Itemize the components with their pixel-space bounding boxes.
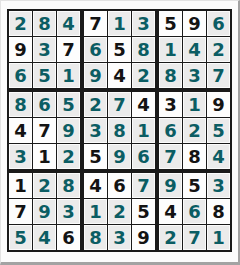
cell-r8c5[interactable]: 2 xyxy=(108,199,131,224)
cell-r3c1[interactable]: 6 xyxy=(9,63,32,88)
digit-given: 1 xyxy=(62,67,75,85)
digit-given: 4 xyxy=(212,148,225,166)
cell-r4c3[interactable]: 5 xyxy=(57,92,80,117)
digit-given: 7 xyxy=(212,67,225,85)
digit-given: 7 xyxy=(113,96,126,114)
digit-given: 1 xyxy=(164,41,177,59)
digit-given: 8 xyxy=(62,177,75,195)
cell-r5c8[interactable]: 2 xyxy=(183,118,206,143)
digit-entered: 5 xyxy=(113,41,126,59)
digit-entered: 4 xyxy=(14,122,27,140)
digit-given: 6 xyxy=(164,122,177,140)
cell-r1c6[interactable]: 3 xyxy=(132,11,155,36)
digit-given: 2 xyxy=(89,96,102,114)
cell-r2c6[interactable]: 8 xyxy=(132,37,155,62)
digit-given: 8 xyxy=(113,122,126,140)
cell-r9c1[interactable]: 5 xyxy=(9,225,32,250)
digit-given: 3 xyxy=(38,41,51,59)
digit-entered: 5 xyxy=(137,203,150,221)
digit-entered: 4 xyxy=(113,67,126,85)
cell-r2c3[interactable]: 7 xyxy=(57,37,80,62)
cell-r8c1[interactable]: 7 xyxy=(9,199,32,224)
digit-given: 4 xyxy=(38,229,51,247)
digit-given: 1 xyxy=(212,229,225,247)
digit-entered: 7 xyxy=(14,203,27,221)
digit-given: 6 xyxy=(212,15,225,33)
digit-given: 8 xyxy=(164,67,177,85)
digit-given: 9 xyxy=(62,122,75,140)
digit-given: 2 xyxy=(62,148,75,166)
digit-given: 1 xyxy=(188,96,201,114)
cell-r4c6[interactable]: 4 xyxy=(132,92,155,117)
cell-r7c1[interactable]: 1 xyxy=(9,173,32,198)
cell-r2c2[interactable]: 3 xyxy=(33,37,56,62)
cell-r4c9[interactable]: 9 xyxy=(207,92,230,117)
digit-entered: 9 xyxy=(14,41,27,59)
digit-entered: 9 xyxy=(188,15,201,33)
digit-entered: 5 xyxy=(164,15,177,33)
cell-r3c7[interactable]: 8 xyxy=(159,63,182,88)
digit-given: 5 xyxy=(38,67,51,85)
digit-entered: 7 xyxy=(62,41,75,59)
cell-r4c1[interactable]: 8 xyxy=(9,92,32,117)
digit-given: 5 xyxy=(62,96,75,114)
cell-r1c7[interactable]: 5 xyxy=(159,11,182,36)
digit-given: 6 xyxy=(89,41,102,59)
sudoku-board: 2847135969376581426519428378652743194793… xyxy=(7,9,232,252)
digit-given: 6 xyxy=(14,67,27,85)
cell-r8c7[interactable]: 4 xyxy=(159,199,182,224)
digit-given: 8 xyxy=(14,96,27,114)
digit-given: 8 xyxy=(137,41,150,59)
digit-given: 1 xyxy=(113,15,126,33)
cell-r6c7[interactable]: 7 xyxy=(159,144,182,169)
cell-r1c4[interactable]: 7 xyxy=(84,11,107,36)
cell-r3c8[interactable]: 3 xyxy=(183,63,206,88)
digit-entered: 5 xyxy=(188,177,201,195)
cell-r4c2[interactable]: 6 xyxy=(33,92,56,117)
digit-given: 9 xyxy=(38,203,51,221)
cell-r7c4[interactable]: 4 xyxy=(84,173,107,198)
sudoku-app-canvas: 2847135969376581426519428378652743194793… xyxy=(0,0,240,265)
cell-r7c6[interactable]: 7 xyxy=(132,173,155,198)
digit-entered: 1 xyxy=(14,177,27,195)
cell-r2c9[interactable]: 2 xyxy=(207,37,230,62)
digit-given: 8 xyxy=(38,15,51,33)
cell-r3c6[interactable]: 2 xyxy=(132,63,155,88)
digit-given: 2 xyxy=(14,15,27,33)
cell-r1c1[interactable]: 2 xyxy=(9,11,32,36)
cell-r1c5[interactable]: 1 xyxy=(108,11,131,36)
digit-given: 9 xyxy=(89,67,102,85)
cell-r3c2[interactable]: 5 xyxy=(33,63,56,88)
cell-r7c9[interactable]: 3 xyxy=(207,173,230,198)
cell-r9c4[interactable]: 8 xyxy=(84,225,107,250)
cell-r8c6[interactable]: 5 xyxy=(132,199,155,224)
digit-entered: 7 xyxy=(38,122,51,140)
digit-given: 7 xyxy=(164,148,177,166)
cell-r2c5[interactable]: 5 xyxy=(108,37,131,62)
digit-entered: 4 xyxy=(164,203,177,221)
cell-r4c8[interactable]: 1 xyxy=(183,92,206,117)
cell-r5c6[interactable]: 1 xyxy=(132,118,155,143)
cell-r7c2[interactable]: 2 xyxy=(33,173,56,198)
cell-r8c4[interactable]: 1 xyxy=(84,199,107,224)
cell-r3c4[interactable]: 9 xyxy=(84,63,107,88)
digit-given: 9 xyxy=(113,148,126,166)
digit-given: 2 xyxy=(212,41,225,59)
cell-r7c3[interactable]: 8 xyxy=(57,173,80,198)
cell-r3c3[interactable]: 1 xyxy=(57,63,80,88)
digit-entered: 8 xyxy=(212,203,225,221)
digit-given: 1 xyxy=(89,203,102,221)
digit-given: 3 xyxy=(188,67,201,85)
digit-entered: 7 xyxy=(89,15,102,33)
digit-given: 2 xyxy=(137,67,150,85)
digit-given: 1 xyxy=(137,122,150,140)
cell-r9c7[interactable]: 2 xyxy=(159,225,182,250)
digit-given: 6 xyxy=(137,148,150,166)
digit-entered: 6 xyxy=(113,177,126,195)
cell-r2c8[interactable]: 4 xyxy=(183,37,206,62)
cell-r6c1[interactable]: 3 xyxy=(9,144,32,169)
digit-given: 3 xyxy=(62,203,75,221)
cell-r6c3[interactable]: 2 xyxy=(57,144,80,169)
cell-r9c9[interactable]: 1 xyxy=(207,225,230,250)
cell-r5c1[interactable]: 4 xyxy=(9,118,32,143)
cell-r1c3[interactable]: 4 xyxy=(57,11,80,36)
cell-r9c5[interactable]: 3 xyxy=(108,225,131,250)
cell-r2c4[interactable]: 6 xyxy=(84,37,107,62)
cell-r3c9[interactable]: 7 xyxy=(207,63,230,88)
cell-r6c2[interactable]: 1 xyxy=(33,144,56,169)
cell-r1c8[interactable]: 9 xyxy=(183,11,206,36)
digit-given: 6 xyxy=(188,203,201,221)
cell-r6c4[interactable]: 5 xyxy=(84,144,107,169)
cell-r9c2[interactable]: 4 xyxy=(33,225,56,250)
digit-given: 3 xyxy=(212,177,225,195)
digit-entered: 1 xyxy=(38,148,51,166)
digit-entered: 5 xyxy=(89,148,102,166)
cell-r5c3[interactable]: 9 xyxy=(57,118,80,143)
digit-given: 2 xyxy=(113,203,126,221)
cell-r7c8[interactable]: 5 xyxy=(183,173,206,198)
cell-r1c2[interactable]: 8 xyxy=(33,11,56,36)
cell-r5c4[interactable]: 3 xyxy=(84,118,107,143)
cell-r9c6[interactable]: 9 xyxy=(132,225,155,250)
digit-given: 7 xyxy=(188,229,201,247)
cell-r2c7[interactable]: 1 xyxy=(159,37,182,62)
digit-given: 2 xyxy=(38,177,51,195)
digit-entered: 4 xyxy=(89,177,102,195)
cell-r6c8[interactable]: 8 xyxy=(183,144,206,169)
digit-entered: 9 xyxy=(137,229,150,247)
cell-r4c5[interactable]: 7 xyxy=(108,92,131,117)
digit-given: 3 xyxy=(113,229,126,247)
cell-r4c4[interactable]: 2 xyxy=(84,92,107,117)
cell-r3c5[interactable]: 4 xyxy=(108,63,131,88)
cell-r9c8[interactable]: 7 xyxy=(183,225,206,250)
digit-given: 7 xyxy=(137,177,150,195)
cell-r9c3[interactable]: 6 xyxy=(57,225,80,250)
digit-entered: 9 xyxy=(212,96,225,114)
digit-given: 4 xyxy=(188,41,201,59)
digit-given: 2 xyxy=(188,122,201,140)
digit-given: 8 xyxy=(89,229,102,247)
digit-given: 4 xyxy=(62,15,75,33)
cell-r4c7[interactable]: 3 xyxy=(159,92,182,117)
digit-entered: 4 xyxy=(137,96,150,114)
digit-entered: 8 xyxy=(188,148,201,166)
cell-r8c3[interactable]: 3 xyxy=(57,199,80,224)
cell-r1c9[interactable]: 6 xyxy=(207,11,230,36)
digit-entered: 6 xyxy=(62,229,75,247)
cell-r5c5[interactable]: 8 xyxy=(108,118,131,143)
cell-r7c5[interactable]: 6 xyxy=(108,173,131,198)
digit-given: 3 xyxy=(89,122,102,140)
cell-r8c9[interactable]: 8 xyxy=(207,199,230,224)
cell-r6c5[interactable]: 9 xyxy=(108,144,131,169)
cell-r6c6[interactable]: 6 xyxy=(132,144,155,169)
digit-given: 6 xyxy=(38,96,51,114)
cell-r5c7[interactable]: 6 xyxy=(159,118,182,143)
digit-given: 5 xyxy=(14,229,27,247)
digit-given: 5 xyxy=(212,122,225,140)
digit-given: 9 xyxy=(164,177,177,195)
digit-entered: 3 xyxy=(164,96,177,114)
digit-given: 3 xyxy=(14,148,27,166)
cell-r6c9[interactable]: 4 xyxy=(207,144,230,169)
digit-given: 2 xyxy=(164,229,177,247)
cell-r5c2[interactable]: 7 xyxy=(33,118,56,143)
cell-r8c8[interactable]: 6 xyxy=(183,199,206,224)
cell-r5c9[interactable]: 5 xyxy=(207,118,230,143)
cell-r7c7[interactable]: 9 xyxy=(159,173,182,198)
cell-r2c1[interactable]: 9 xyxy=(9,37,32,62)
cell-r8c2[interactable]: 9 xyxy=(33,199,56,224)
digit-given: 3 xyxy=(137,15,150,33)
